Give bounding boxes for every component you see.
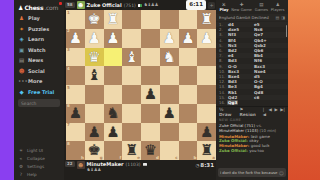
square-e1[interactable] bbox=[122, 10, 141, 29]
square-f8[interactable]: f bbox=[104, 141, 123, 160]
plus-time-button[interactable]: + bbox=[208, 2, 215, 9]
square-d5[interactable]: ♟ bbox=[141, 85, 160, 104]
square-f7[interactable]: ♟ bbox=[104, 123, 123, 142]
learn-icon: ◈ bbox=[18, 36, 25, 42]
square-f5[interactable] bbox=[104, 85, 123, 104]
player-captured-pieces: ♞♝♟♟ bbox=[87, 168, 147, 173]
move-white-15[interactable]: Qd2 bbox=[227, 95, 238, 100]
move-list: 1.d4e52.dxe5Nc63.Nf3Qe74.Bf4Qb4+5.Nc3Qxb… bbox=[216, 21, 288, 106]
file-label-h: h bbox=[81, 156, 84, 160]
move-white-16[interactable]: Qg3 bbox=[227, 100, 238, 105]
square-b1[interactable] bbox=[179, 10, 198, 29]
square-f3[interactable] bbox=[104, 48, 123, 67]
black-bishop: ♝ bbox=[88, 68, 101, 83]
opponent-badge: 58 bbox=[65, 2, 75, 8]
chess-board: 1♚♜♜2♟♟♟♟♟♟3♛♝♞4♝5♟6♟♞♟7♟♟♟8hg♚fe♜d♛cba♜ bbox=[66, 10, 216, 160]
sidebar-item-news[interactable]: ▤News bbox=[18, 55, 60, 66]
square-d6[interactable] bbox=[141, 104, 160, 123]
square-a5[interactable] bbox=[197, 85, 216, 104]
square-g3[interactable]: ♛ bbox=[85, 48, 104, 67]
chat-username[interactable]: Zuke Official: bbox=[219, 148, 249, 153]
black-pawn: ♟ bbox=[69, 105, 82, 120]
file-label-c: c bbox=[175, 156, 177, 160]
rank-label-5: 5 bbox=[67, 86, 70, 90]
square-d8[interactable]: d♛ bbox=[141, 141, 160, 160]
square-g7[interactable]: ♟ bbox=[85, 123, 104, 142]
square-c8[interactable]: c bbox=[160, 141, 179, 160]
square-a3[interactable] bbox=[197, 48, 216, 67]
sidebar: ♟ Chess .com ♟Play✦Puzzles◈Learn▣Watch▤N… bbox=[14, 0, 64, 180]
black-queen: ♛ bbox=[144, 143, 157, 158]
square-h5[interactable]: 5 bbox=[66, 85, 85, 104]
opponent-country-flag bbox=[138, 4, 142, 7]
sidebar-footer-settings[interactable]: ⚙Settings bbox=[18, 162, 60, 170]
black-pawn: ♟ bbox=[144, 87, 157, 102]
desktop-wallpaper-right bbox=[288, 0, 320, 180]
square-h8[interactable]: 8h bbox=[66, 141, 85, 160]
black-king: ♚ bbox=[88, 143, 101, 158]
move-black-14[interactable]: Qd8 bbox=[253, 90, 264, 95]
game-panel: ⚔Play✚New Game▤Games♟Players Englund Gam… bbox=[216, 0, 288, 180]
sidebar-item-watch[interactable]: ▣Watch bbox=[18, 45, 60, 56]
white-queen: ♛ bbox=[88, 49, 101, 64]
move-white-3[interactable]: Nf3 bbox=[227, 32, 237, 37]
tab-players[interactable]: ♟Players bbox=[271, 3, 285, 12]
move-white-4[interactable]: Bf4 bbox=[227, 38, 237, 43]
square-h4[interactable]: 4 bbox=[66, 66, 85, 85]
player-rating: (1103) bbox=[126, 162, 141, 167]
rank-label-7: 7 bbox=[67, 123, 70, 127]
diamond-icon: ◆ bbox=[18, 89, 25, 95]
black-knight: ♞ bbox=[106, 105, 119, 120]
square-h6[interactable]: 6♟ bbox=[66, 104, 85, 123]
player-avatar[interactable]: ☻ bbox=[77, 161, 85, 169]
notification-dot bbox=[59, 2, 62, 5]
gear-icon: ⚙ bbox=[18, 164, 24, 169]
square-e6[interactable] bbox=[122, 104, 141, 123]
chess-app-window: ♟ Chess .com ♟Play✦Puzzles◈Learn▣Watch▤N… bbox=[14, 0, 288, 180]
square-d2[interactable] bbox=[141, 29, 160, 48]
square-e5[interactable] bbox=[122, 85, 141, 104]
white-pawn: ♟ bbox=[181, 30, 194, 45]
square-f6[interactable]: ♞ bbox=[104, 104, 123, 123]
square-e4[interactable] bbox=[122, 66, 141, 85]
square-h7[interactable]: 7 bbox=[66, 123, 85, 142]
opponent-rating: (751) bbox=[124, 3, 136, 8]
opponent-captured-pieces: ♞♝♟♟ bbox=[144, 3, 158, 8]
flip-board-icon[interactable]: ◨ bbox=[281, 15, 285, 20]
pawn-icon: ♟ bbox=[18, 15, 25, 21]
white-pawn: ♟ bbox=[163, 30, 176, 45]
white-knight: ♞ bbox=[163, 49, 176, 64]
chat-input-row: ☺ bbox=[218, 168, 286, 177]
square-d7[interactable] bbox=[141, 123, 160, 142]
smiley-icon[interactable]: ☺ bbox=[279, 170, 284, 176]
square-a6[interactable] bbox=[197, 104, 216, 123]
move-black-15[interactable]: c6 bbox=[253, 95, 260, 100]
watch-icon: ▣ bbox=[18, 47, 25, 53]
sidebar-item-play[interactable]: ♟Play bbox=[18, 13, 60, 24]
square-b2[interactable]: ♟ bbox=[179, 29, 198, 48]
opening-book-icon[interactable]: ▤ bbox=[275, 15, 279, 20]
rank-label-8: 8 bbox=[67, 142, 70, 146]
opponent-avatar[interactable]: ☻ bbox=[77, 1, 85, 9]
square-a1[interactable]: ♜ bbox=[197, 10, 216, 29]
file-label-f: f bbox=[120, 156, 122, 160]
white-rook: ♜ bbox=[200, 12, 213, 27]
square-c4[interactable] bbox=[160, 66, 179, 85]
sidebar-footer-light-ui[interactable]: ☀Light UI bbox=[18, 146, 60, 154]
square-b6[interactable] bbox=[179, 104, 198, 123]
sidebar-item-puzzles[interactable]: ✦Puzzles bbox=[18, 24, 60, 35]
opening-name: Englund Gambit Declined bbox=[219, 15, 273, 20]
move-black-4[interactable]: Qb4+ bbox=[253, 38, 268, 43]
square-a4[interactable] bbox=[197, 66, 216, 85]
square-f2[interactable]: ♟ bbox=[104, 29, 123, 48]
black-rook: ♜ bbox=[200, 143, 213, 158]
square-g5[interactable] bbox=[85, 85, 104, 104]
square-a8[interactable]: a♜ bbox=[197, 141, 216, 160]
panel-tabs: ⚔Play✚New Game▤Games♟Players bbox=[216, 0, 288, 14]
square-g2[interactable]: ♟ bbox=[85, 29, 104, 48]
resign-button[interactable]: ⚑ Resign bbox=[239, 107, 259, 117]
move-black-8[interactable]: Nf6 bbox=[253, 58, 263, 63]
square-c7[interactable] bbox=[160, 123, 179, 142]
square-b4[interactable] bbox=[179, 66, 198, 85]
rank-label-1: 1 bbox=[67, 11, 70, 15]
square-h1[interactable]: 1 bbox=[66, 10, 85, 29]
rank-label-3: 3 bbox=[67, 48, 70, 52]
social-icon: ☻ bbox=[18, 68, 25, 74]
sun-icon: ☀ bbox=[18, 148, 24, 153]
news-icon: ▤ bbox=[18, 57, 25, 63]
black-pawn: ♟ bbox=[88, 124, 101, 139]
black-rook: ♜ bbox=[125, 143, 138, 158]
file-label-b: b bbox=[193, 156, 196, 160]
logo-text: Chess bbox=[24, 4, 43, 11]
dots-icon: ••• bbox=[18, 78, 25, 84]
collapse-icon: « bbox=[18, 156, 24, 161]
puzzle-icon: ✦ bbox=[18, 26, 25, 32]
square-a2[interactable]: ♟ bbox=[197, 29, 216, 48]
tab-games[interactable]: ▤Games bbox=[255, 3, 268, 12]
square-d3[interactable] bbox=[141, 48, 160, 67]
chat-new-game-divider: NEW GAME bbox=[219, 118, 285, 122]
square-g1[interactable]: ♚ bbox=[85, 10, 104, 29]
square-f4[interactable] bbox=[104, 66, 123, 85]
white-king: ♚ bbox=[88, 12, 101, 27]
player-badge: 22 bbox=[65, 161, 75, 167]
square-e8[interactable]: e♜ bbox=[122, 141, 141, 160]
black-pawn: ♟ bbox=[200, 124, 213, 139]
logo-suffix: .com bbox=[44, 4, 58, 11]
move-white-9[interactable]: O-O bbox=[227, 64, 238, 69]
player-country-flag bbox=[143, 163, 147, 166]
square-g8[interactable]: g♚ bbox=[85, 141, 104, 160]
square-e7[interactable] bbox=[122, 123, 141, 142]
square-b5[interactable] bbox=[179, 85, 198, 104]
chesscom-logo[interactable]: ♟ Chess .com bbox=[18, 2, 60, 13]
square-f1[interactable]: ♜ bbox=[104, 10, 123, 29]
player-clock: ◔ 8:31 bbox=[194, 161, 215, 171]
player-player-bar: 22 ☻ MinuteMaker (1103) ♞♝♟♟ ◔ 8:31 bbox=[65, 161, 215, 175]
square-e3[interactable]: ♝ bbox=[122, 48, 141, 67]
move-black-13[interactable]: Bg4 bbox=[253, 84, 264, 89]
board-area: 58 ☻ Zuke Official (751) ♞♝♟♟ 6:11 + 1♚♜… bbox=[64, 0, 216, 180]
square-c5[interactable] bbox=[160, 85, 179, 104]
black-pawn: ♟ bbox=[163, 105, 176, 120]
white-pawn: ♟ bbox=[106, 30, 119, 45]
square-g4[interactable]: ♝ bbox=[85, 66, 104, 85]
chat-input[interactable] bbox=[220, 170, 278, 175]
square-c3[interactable]: ♞ bbox=[160, 48, 179, 67]
free-trial-label: Free Trial bbox=[28, 89, 54, 95]
sidebar-item-more[interactable]: •••More bbox=[18, 76, 60, 87]
black-pawn: ♟ bbox=[106, 124, 119, 139]
square-h3[interactable]: 3 bbox=[66, 48, 85, 67]
square-b8[interactable]: b bbox=[179, 141, 198, 160]
square-g6[interactable] bbox=[85, 104, 104, 123]
square-c1[interactable] bbox=[160, 10, 179, 29]
tab-new-game[interactable]: ✚New Game bbox=[231, 3, 252, 12]
tab-play[interactable]: ⚔Play bbox=[219, 3, 228, 12]
rank-label-4: 4 bbox=[67, 67, 70, 71]
sidebar-item-free-trial[interactable]: ◆ Free Trial bbox=[18, 87, 60, 98]
game-actions: ½ Draw ⚑ Resign |◀◀▶▶| bbox=[216, 106, 288, 116]
go-end-button[interactable]: ▶| bbox=[280, 107, 285, 117]
square-b7[interactable] bbox=[179, 123, 198, 142]
square-h2[interactable]: 2♟ bbox=[66, 29, 85, 48]
sidebar-item-learn[interactable]: ◈Learn bbox=[18, 34, 60, 45]
move-white-14[interactable]: Rb1 bbox=[227, 90, 238, 95]
move-list-scrollbar[interactable] bbox=[286, 25, 288, 37]
white-rook: ♜ bbox=[106, 12, 119, 27]
square-a7[interactable]: ♟ bbox=[197, 123, 216, 142]
clock-icon: ◔ bbox=[195, 164, 199, 169]
white-pawn: ♟ bbox=[88, 30, 101, 45]
chat-area: NEW GAME Zuke Official (751) vs. MinuteM… bbox=[216, 116, 288, 167]
chat-game-info: Zuke Official (751) vs. MinuteMaker (110… bbox=[219, 123, 285, 133]
opening-row: Englund Gambit Declined ▤ ◨ bbox=[216, 14, 288, 21]
forward-button[interactable]: ▶ bbox=[274, 107, 277, 117]
square-c2[interactable]: ♟ bbox=[160, 29, 179, 48]
search-input[interactable] bbox=[18, 99, 60, 107]
square-c6[interactable]: ♟ bbox=[160, 104, 179, 123]
square-b3[interactable] bbox=[179, 48, 198, 67]
move-row-16: 16.Qg3 bbox=[216, 100, 288, 105]
white-pawn: ♟ bbox=[69, 30, 82, 45]
chat-message-4: Zuke Official: you too bbox=[219, 149, 285, 154]
square-d1[interactable] bbox=[141, 10, 160, 29]
square-d4[interactable] bbox=[141, 66, 160, 85]
white-bishop: ♝ bbox=[125, 49, 138, 64]
sidebar-footer-collapse[interactable]: «Collapse bbox=[18, 154, 60, 162]
logo-pawn-icon: ♟ bbox=[18, 4, 23, 11]
help-icon: ? bbox=[18, 172, 24, 177]
move-black-9[interactable]: Bxc3 bbox=[253, 64, 266, 69]
opponent-name[interactable]: Zuke Official bbox=[87, 2, 122, 8]
draw-button[interactable]: ½ Draw bbox=[219, 107, 236, 117]
square-e2[interactable] bbox=[122, 29, 141, 48]
move-white-8[interactable]: Bd3 bbox=[227, 58, 238, 63]
sidebar-footer-help[interactable]: ?Help bbox=[18, 170, 60, 178]
opponent-player-bar: 58 ☻ Zuke Official (751) ♞♝♟♟ 6:11 + bbox=[65, 0, 215, 10]
sidebar-item-social[interactable]: ☻Social bbox=[18, 66, 60, 77]
back-button[interactable]: ◀ bbox=[269, 107, 272, 117]
opponent-clock: 6:11 bbox=[186, 0, 206, 10]
white-pawn: ♟ bbox=[200, 30, 213, 45]
go-start-button[interactable]: |◀ bbox=[263, 107, 266, 117]
move-black-3[interactable]: Qe7 bbox=[253, 32, 264, 37]
move-white-13[interactable]: Be3 bbox=[227, 84, 238, 89]
